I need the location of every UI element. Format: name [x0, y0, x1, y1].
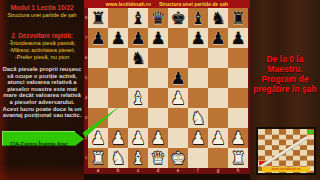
square-a8[interactable]: ♜	[88, 8, 108, 28]
square-h7[interactable]: ♟	[228, 28, 248, 48]
square-e6[interactable]	[168, 48, 188, 68]
square-c5[interactable]	[128, 68, 148, 88]
square-c2[interactable]: ♟	[128, 128, 148, 148]
square-h3[interactable]	[228, 108, 248, 128]
black-rook: ♜	[90, 8, 105, 28]
square-b7[interactable]: ♟	[108, 28, 128, 48]
white-queen: ♛	[150, 148, 165, 168]
square-h6[interactable]	[228, 48, 248, 68]
black-king: ♚	[170, 8, 185, 28]
black-bishop: ♝	[190, 8, 205, 28]
white-pawn: ♟	[150, 128, 165, 148]
top-bar: www.lectiidesah.ro Structura unei partid…	[84, 0, 250, 8]
square-e7[interactable]	[168, 28, 188, 48]
site-url: www.lectiidesah.ro	[106, 1, 151, 7]
file-label: b	[108, 168, 128, 174]
square-f7[interactable]: ♟	[188, 28, 208, 48]
square-c8[interactable]: ♝	[128, 8, 148, 28]
logo-green-square	[307, 130, 313, 134]
square-e4[interactable]: ♟	[168, 88, 188, 108]
bullet-item: -Întotdeauna piesă pasivă;	[0, 40, 84, 47]
white-rook: ♜	[230, 148, 245, 168]
square-c1[interactable]: ♝	[128, 148, 148, 168]
black-pawn: ♟	[190, 28, 205, 48]
black-pawn: ♟	[110, 28, 125, 48]
bullet-item: -Măresc activitatea piesei;	[0, 47, 84, 54]
white-pawn: ♟	[110, 128, 125, 148]
black-bishop: ♝	[130, 8, 145, 28]
square-f5[interactable]	[188, 68, 208, 88]
chess-board: ♜♝♛♚♝♞♜♟♟♟♟♟♟♟♞♟♝♟♞♟♟♟♟♟♟♟♜♞♝♛♚♜	[88, 8, 248, 168]
white-pawn: ♟	[210, 128, 225, 148]
file-label: d	[148, 168, 168, 174]
black-knight: ♞	[210, 8, 225, 28]
black-queen: ♛	[150, 8, 165, 28]
right-panel: De la 0 la Maestru. Program de pregătire…	[250, 0, 320, 180]
module-subtitle: Structura unei partide de șah	[0, 12, 84, 18]
square-f6[interactable]	[188, 48, 208, 68]
square-c3[interactable]	[128, 108, 148, 128]
square-a5[interactable]	[88, 68, 108, 88]
bullet-item: -Prefer piesă, nu pion	[0, 54, 84, 61]
square-d7[interactable]: ♟	[148, 28, 168, 48]
square-g5[interactable]	[208, 68, 228, 88]
square-b8[interactable]	[108, 8, 128, 28]
white-knight: ♞	[190, 108, 205, 128]
black-pawn: ♟	[210, 28, 225, 48]
white-pawn: ♟	[230, 128, 245, 148]
square-c6[interactable]: ♞	[128, 48, 148, 68]
square-f4[interactable]	[188, 88, 208, 108]
square-d5[interactable]	[148, 68, 168, 88]
square-a4[interactable]	[88, 88, 108, 108]
square-b6[interactable]	[108, 48, 128, 68]
square-g2[interactable]: ♟	[208, 128, 228, 148]
square-g4[interactable]	[208, 88, 228, 108]
square-a3[interactable]	[88, 108, 108, 128]
file-label: h	[228, 168, 248, 174]
lesson-paragraph: Dacă piesele proprii reușesc să ocupe o …	[0, 66, 84, 119]
black-rook: ♜	[230, 8, 245, 28]
white-pawn: ♟	[130, 128, 145, 148]
file-label: g	[208, 168, 228, 174]
chess-board-frame: 87654321 ♜♝♛♚♝♞♜♟♟♟♟♟♟♟♞♟♝♟♞♟♟♟♟♟♟♟♜♞♝♛♚…	[84, 8, 250, 174]
square-b3[interactable]	[108, 108, 128, 128]
white-pawn: ♟	[170, 88, 185, 108]
square-h4[interactable]	[228, 88, 248, 108]
square-e2[interactable]	[168, 128, 188, 148]
white-bishop: ♝	[130, 88, 145, 108]
square-d1[interactable]: ♛	[148, 148, 168, 168]
square-c7[interactable]: ♟	[128, 28, 148, 48]
white-pawn: ♟	[90, 128, 105, 148]
section-title: 2. Dezvoltare rapidă:	[0, 32, 84, 39]
square-b5[interactable]	[108, 68, 128, 88]
square-e3[interactable]	[168, 108, 188, 128]
square-h8[interactable]: ♜	[228, 8, 248, 28]
black-pawn: ♟	[130, 28, 145, 48]
square-d2[interactable]: ♟	[148, 128, 168, 148]
square-g3[interactable]	[208, 108, 228, 128]
square-b2[interactable]: ♟	[108, 128, 128, 148]
logo-banner: www.lectiidesah.ro	[262, 167, 310, 172]
square-e1[interactable]: ♚	[168, 148, 188, 168]
file-label: c	[128, 168, 148, 174]
bullet-list: -Întotdeauna piesă pasivă;-Măresc activi…	[0, 40, 84, 61]
file-label: f	[188, 168, 208, 174]
square-d3[interactable]	[148, 108, 168, 128]
square-f8[interactable]: ♝	[188, 8, 208, 28]
square-g8[interactable]: ♞	[208, 8, 228, 28]
square-a7[interactable]: ♟	[88, 28, 108, 48]
square-g7[interactable]: ♟	[208, 28, 228, 48]
left-panel: Modul 1 Lecția 10/22 Structura unei part…	[0, 0, 84, 180]
cia-callout: CIA-Centru Înainte Atac	[2, 131, 75, 146]
square-a1[interactable]: ♜	[88, 148, 108, 168]
square-f3[interactable]: ♞	[188, 108, 208, 128]
square-h2[interactable]: ♟	[228, 128, 248, 148]
square-h1[interactable]: ♜	[228, 148, 248, 168]
square-h5[interactable]	[228, 68, 248, 88]
black-pawn: ♟	[170, 68, 185, 88]
white-king: ♚	[170, 148, 185, 168]
file-label: a	[88, 168, 108, 174]
square-f1[interactable]	[188, 148, 208, 168]
white-bishop: ♝	[130, 148, 145, 168]
square-g1[interactable]	[208, 148, 228, 168]
black-knight: ♞	[130, 48, 145, 68]
square-a6[interactable]	[88, 48, 108, 68]
white-rook: ♜	[90, 148, 105, 168]
black-pawn: ♟	[230, 28, 245, 48]
cia-callout-label: CIA-Centru Înainte Atac	[10, 141, 68, 147]
white-knight: ♞	[110, 148, 125, 168]
black-pawn: ♟	[90, 28, 105, 48]
square-a2[interactable]: ♟	[88, 128, 108, 148]
black-pawn: ♟	[150, 28, 165, 48]
square-d8[interactable]: ♛	[148, 8, 168, 28]
pen-icon	[260, 136, 308, 167]
square-g6[interactable]	[208, 48, 228, 68]
square-d6[interactable]	[148, 48, 168, 68]
square-f2[interactable]: ♟	[188, 128, 208, 148]
file-label: e	[168, 168, 188, 174]
square-b4[interactable]	[108, 88, 128, 108]
square-e5[interactable]: ♟	[168, 68, 188, 88]
square-e8[interactable]: ♚	[168, 8, 188, 28]
module-title: Modul 1 Lecția 10/22	[0, 4, 84, 11]
white-pawn: ♟	[190, 128, 205, 148]
lesson-title: Structura unei partide de șah	[159, 1, 228, 7]
square-d4[interactable]	[148, 88, 168, 108]
square-c4[interactable]: ♝	[128, 88, 148, 108]
lesson-slide: Modul 1 Lecția 10/22 Structura unei part…	[0, 0, 320, 180]
square-b1[interactable]: ♞	[108, 148, 128, 168]
site-logo: www.lectiidesah.ro www.lectiidesah.ro	[256, 127, 316, 175]
file-labels: abcdefgh	[88, 168, 248, 174]
promo-text: De la 0 la Maestru. Program de pregătire…	[253, 54, 317, 94]
